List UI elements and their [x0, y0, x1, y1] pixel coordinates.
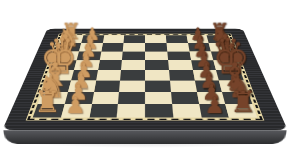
board-side-edge	[3, 130, 286, 144]
square-r6c3	[118, 92, 145, 104]
board-frame: ♜♟♟♜♞♟♟♞♝♟♟♝♛♟♟♛♚♟♟♚♝♟♟♝♞♟♟♞♜♟♟♜	[2, 29, 288, 131]
square-r4c3	[120, 70, 145, 80]
square-r6c2	[91, 92, 119, 104]
square-r5c4	[145, 80, 171, 91]
square-r7c2	[89, 104, 118, 117]
square-r7c7: ♜	[226, 104, 258, 117]
square-r1c4	[145, 43, 167, 51]
square-r6c5	[171, 92, 199, 104]
white-rook: ♜	[34, 87, 60, 116]
square-r2c5	[167, 51, 191, 60]
square-r5c5	[170, 80, 197, 91]
square-r5c2	[94, 80, 121, 91]
square-r0c3	[124, 35, 145, 43]
square-r2c2	[99, 51, 123, 60]
square-r0c5	[166, 35, 188, 43]
square-r1c5	[166, 43, 189, 51]
square-r0c4	[145, 35, 166, 43]
square-r2c3	[122, 51, 145, 60]
square-r0c2	[102, 35, 124, 43]
square-r3c4	[145, 60, 169, 70]
square-r3c5	[168, 60, 193, 70]
chess-set-photo: ♜♟♟♜♞♟♟♞♝♟♟♝♛♟♟♛♚♟♟♚♝♟♟♝♞♟♟♞♜♟♟♜	[0, 0, 290, 153]
square-r7c3	[117, 104, 145, 117]
square-r1c3	[123, 43, 145, 51]
square-r2c4	[145, 51, 168, 60]
board-inlay-border: ♜♟♟♜♞♟♟♞♝♟♟♝♛♟♟♛♚♟♟♚♝♟♟♝♞♟♟♞♜♟♟♜	[26, 34, 265, 121]
black-rook: ♜	[230, 87, 256, 116]
square-r4c2	[96, 70, 122, 80]
square-r4c4	[145, 70, 170, 80]
square-r3c2	[98, 60, 123, 70]
board-grid: ♜♟♟♜♞♟♟♞♝♟♟♝♛♟♟♛♚♟♟♚♝♟♟♝♞♟♟♞♜♟♟♜	[33, 35, 258, 117]
square-r4c5	[169, 70, 195, 80]
white-pawn: ♟	[65, 94, 85, 116]
chess-board: ♜♟♟♜♞♟♟♞♝♟♟♝♛♟♟♛♚♟♟♚♝♟♟♝♞♟♟♞♜♟♟♜	[2, 29, 288, 131]
black-pawn: ♟	[205, 94, 225, 116]
square-r1c2	[101, 43, 124, 51]
square-r7c6: ♟	[199, 104, 230, 117]
square-r7c1: ♟	[61, 104, 92, 117]
square-r7c5	[172, 104, 201, 117]
square-r7c4	[145, 104, 173, 117]
square-r3c3	[121, 60, 145, 70]
square-r5c3	[119, 80, 145, 91]
square-r6c4	[145, 92, 172, 104]
square-r7c0: ♜	[33, 104, 65, 117]
